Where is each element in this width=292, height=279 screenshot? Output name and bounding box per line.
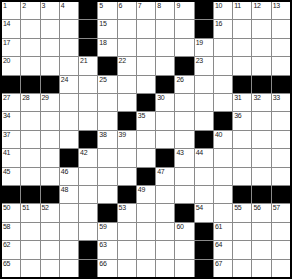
cell-r1c3[interactable]: 3 [41,2,59,19]
cell-r14c1[interactable]: 62 [2,241,20,258]
cell-r7c13[interactable]: 36 [233,112,251,129]
cell-r12c4[interactable] [60,204,78,221]
cell-r10c12[interactable] [214,168,232,185]
cell-r11c12[interactable] [214,186,232,203]
cell-r5c5[interactable] [79,76,97,93]
cell-r2c13[interactable] [233,20,251,37]
clue-number: 35 [138,112,145,120]
cell-r5c4[interactable]: 24 [60,76,78,93]
cell-r12c8[interactable] [137,204,155,221]
cell-r13c6[interactable]: 59 [98,223,116,240]
clue-number: 33 [273,94,280,102]
clue-number: 64 [215,241,222,249]
clue-number: 29 [42,94,49,102]
cell-r9c4 [60,149,78,166]
clue-number: 62 [3,241,10,249]
clue-number: 32 [253,94,260,102]
cell-r6c12[interactable] [214,94,232,111]
cell-r5c15 [272,76,290,93]
clue-number: 39 [119,131,126,139]
cell-r10c2[interactable] [21,168,39,185]
cell-r11c2 [21,186,39,203]
cell-r3c4[interactable] [60,39,78,56]
cell-r4c1[interactable]: 20 [2,57,20,74]
clue-number: 58 [3,223,10,231]
cell-r5c11[interactable] [195,76,213,93]
cell-r15c7[interactable] [118,260,136,277]
cell-r7c3[interactable] [41,112,59,129]
cell-r3c12[interactable] [214,39,232,56]
cell-r6c14[interactable]: 32 [252,94,270,111]
cell-r2c10[interactable] [175,20,193,37]
clue-number: 44 [196,149,203,157]
clue-number: 13 [273,2,280,10]
clue-number: 30 [157,94,164,102]
cell-r9c10[interactable]: 43 [175,149,193,166]
cell-r6c5[interactable] [79,94,97,111]
cell-r1c8[interactable]: 7 [137,2,155,19]
clue-number: 6 [119,2,123,10]
cell-r5c8[interactable] [137,76,155,93]
clue-number: 25 [99,76,106,84]
cell-r13c12[interactable]: 61 [214,223,232,240]
cell-r4c5[interactable]: 21 [79,57,97,74]
clue-number: 56 [253,204,260,212]
cell-r4c6 [98,57,116,74]
cell-r10c10[interactable] [175,168,193,185]
clue-number: 14 [3,20,10,28]
cell-r14c12[interactable]: 64 [214,241,232,258]
cell-r1c1[interactable]: 1 [2,2,20,19]
cell-r15c14[interactable] [252,260,270,277]
cell-r15c6[interactable]: 66 [98,260,116,277]
cell-r12c3[interactable]: 52 [41,204,59,221]
clue-number: 16 [215,20,222,28]
cell-r6c6[interactable] [98,94,116,111]
cell-r6c13[interactable]: 31 [233,94,251,111]
cell-r4c4[interactable] [60,57,78,74]
cell-r10c15[interactable] [272,168,290,185]
clue-number: 15 [99,20,106,28]
cell-r10c13[interactable] [233,168,251,185]
cell-r4c11[interactable]: 23 [195,57,213,74]
cell-r13c10[interactable]: 60 [175,223,193,240]
cell-r12c14[interactable]: 56 [252,204,270,221]
clue-number: 65 [3,260,10,268]
cell-r1c10[interactable]: 9 [175,2,193,19]
cell-r12c2[interactable]: 51 [21,204,39,221]
cell-r4c9[interactable] [156,57,174,74]
clue-number: 18 [99,39,106,47]
cell-r14c13[interactable] [233,241,251,258]
clue-number: 10 [215,2,222,10]
clue-number: 41 [3,149,10,157]
cell-r7c10[interactable] [175,112,193,129]
cell-r7c15[interactable] [272,112,290,129]
clue-number: 3 [42,2,46,10]
cell-r12c5[interactable] [79,204,97,221]
cell-r6c4[interactable] [60,94,78,111]
clue-number: 42 [80,149,87,157]
cell-r3c13[interactable] [233,39,251,56]
clue-number: 36 [234,112,241,120]
cell-r3c14[interactable] [252,39,270,56]
cell-r1c4[interactable]: 4 [60,2,78,19]
clue-number: 59 [99,223,106,231]
cell-r15c11 [195,260,213,277]
cell-r3c11[interactable]: 19 [195,39,213,56]
cell-r2c3[interactable] [41,20,59,37]
cell-r8c5 [79,131,97,148]
clue-number: 28 [22,94,29,102]
clue-number: 49 [138,186,145,194]
cell-r3c6[interactable]: 18 [98,39,116,56]
cell-r8c4[interactable] [60,131,78,148]
cell-r9c9 [156,149,174,166]
cell-r10c8 [137,168,155,185]
cell-r3c5 [79,39,97,56]
cell-r3c2[interactable] [21,39,39,56]
cell-r12c10 [175,204,193,221]
cell-r5c3 [41,76,59,93]
cell-r1c9[interactable]: 8 [156,2,174,19]
cell-r2c14[interactable] [252,20,270,37]
cell-r15c2[interactable] [21,260,39,277]
cell-r14c7[interactable] [118,241,136,258]
cell-r5c13 [233,76,251,93]
cell-r13c15[interactable] [272,223,290,240]
cell-r8c11 [195,131,213,148]
cell-r7c4[interactable] [60,112,78,129]
clue-number: 57 [273,204,280,212]
cell-r10c11[interactable] [195,168,213,185]
cell-r9c6[interactable] [98,149,116,166]
cell-r5c12[interactable] [214,76,232,93]
clue-number: 46 [61,168,68,176]
cell-r15c10[interactable] [175,260,193,277]
cell-r4c8[interactable] [137,57,155,74]
cell-r11c10[interactable] [175,186,193,203]
cell-r3c15[interactable] [272,39,290,56]
cell-r11c3 [41,186,59,203]
cell-r11c1 [2,186,20,203]
cell-r9c13[interactable] [233,149,251,166]
cell-r15c8[interactable] [137,260,155,277]
cell-r12c9[interactable] [156,204,174,221]
cell-r2c2[interactable] [21,20,39,37]
clue-number: 47 [157,168,164,176]
cell-r9c2[interactable] [21,149,39,166]
cell-r13c3[interactable] [41,223,59,240]
cell-r13c2[interactable] [21,223,39,240]
cell-r6c1[interactable]: 27 [2,94,20,111]
cell-r11c15 [272,186,290,203]
clue-number: 22 [119,57,126,65]
cell-r5c14 [252,76,270,93]
cell-r3c1[interactable]: 17 [2,39,20,56]
cell-r2c6[interactable]: 15 [98,20,116,37]
cell-r7c2[interactable] [21,112,39,129]
cell-r14c14[interactable] [252,241,270,258]
cell-r9c14[interactable] [252,149,270,166]
cell-r9c8[interactable] [137,149,155,166]
cell-r2c8[interactable] [137,20,155,37]
cell-r13c1[interactable]: 58 [2,223,20,240]
cell-r12c1[interactable]: 50 [2,204,20,221]
cell-r2c12[interactable]: 16 [214,20,232,37]
clue-number: 27 [3,94,10,102]
clue-number: 55 [234,204,241,212]
cell-r14c6[interactable]: 63 [98,241,116,258]
cell-r7c7 [118,112,136,129]
cell-r15c3[interactable] [41,260,59,277]
clue-number: 61 [215,223,222,231]
cell-r5c7[interactable] [118,76,136,93]
cell-r3c7[interactable] [118,39,136,56]
cell-r4c12[interactable] [214,57,232,74]
cell-r15c1[interactable]: 65 [2,260,20,277]
cell-r6c11[interactable] [195,94,213,111]
cell-r12c6 [98,204,116,221]
cell-r11c4[interactable]: 48 [60,186,78,203]
cell-r7c1[interactable]: 34 [2,112,20,129]
cell-r4c7[interactable]: 22 [118,57,136,74]
clue-number: 34 [3,112,10,120]
clue-number: 43 [176,149,183,157]
cell-r7c12 [214,112,232,129]
cell-r6c9[interactable]: 30 [156,94,174,111]
cell-r13c7[interactable] [118,223,136,240]
cell-r2c15[interactable] [272,20,290,37]
cell-r9c3[interactable] [41,149,59,166]
cell-r15c5 [79,260,97,277]
cell-r7c11[interactable] [195,112,213,129]
cell-r4c3[interactable] [41,57,59,74]
cell-r6c3[interactable]: 29 [41,94,59,111]
clue-number: 37 [3,131,10,139]
cell-r8c10[interactable] [175,131,193,148]
clue-number: 19 [196,39,203,47]
clue-number: 60 [176,223,183,231]
cell-r13c14[interactable] [252,223,270,240]
cell-r15c12[interactable]: 67 [214,260,232,277]
cell-r7c5[interactable] [79,112,97,129]
cell-r5c6[interactable]: 25 [98,76,116,93]
cell-r14c2[interactable] [21,241,39,258]
cell-r11c7 [118,186,136,203]
cell-r10c9[interactable]: 47 [156,168,174,185]
cell-r9c5[interactable]: 42 [79,149,97,166]
cell-r8c12[interactable]: 40 [214,131,232,148]
cell-r7c6[interactable] [98,112,116,129]
cell-r2c11 [195,20,213,37]
clue-number: 11 [234,2,241,10]
clue-number: 20 [3,57,10,65]
cell-r8c2[interactable] [21,131,39,148]
cell-r1c15[interactable]: 13 [272,2,290,19]
cell-r7c14[interactable] [252,112,270,129]
cell-r14c5 [79,241,97,258]
cell-r7c8[interactable]: 35 [137,112,155,129]
cell-r8c1[interactable]: 37 [2,131,20,148]
cell-r10c5[interactable] [79,168,97,185]
cell-r6c15[interactable]: 33 [272,94,290,111]
cell-r10c14[interactable] [252,168,270,185]
cell-r9c11[interactable]: 44 [195,149,213,166]
cell-r4c10 [175,57,193,74]
cell-r4c15[interactable] [272,57,290,74]
clue-number: 7 [138,2,142,10]
cell-r1c7[interactable]: 6 [118,2,136,19]
cell-r6c2[interactable]: 28 [21,94,39,111]
clue-number: 63 [99,241,106,249]
clue-number: 23 [196,57,203,65]
cell-r15c15[interactable] [272,260,290,277]
cell-r12c11[interactable]: 54 [195,204,213,221]
clue-number: 53 [119,204,126,212]
cell-r9c7[interactable] [118,149,136,166]
clue-number: 17 [3,39,10,47]
cell-r6c10[interactable] [175,94,193,111]
cell-r8c7[interactable]: 39 [118,131,136,148]
cell-r11c14 [252,186,270,203]
cell-r6c7[interactable] [118,94,136,111]
cell-r12c15[interactable]: 57 [272,204,290,221]
clue-number: 21 [80,57,87,65]
cell-r14c10[interactable] [175,241,193,258]
clue-number: 67 [215,260,222,268]
clue-number: 50 [3,204,10,212]
cell-r8c9[interactable] [156,131,174,148]
cell-r11c11[interactable] [195,186,213,203]
clue-number: 4 [61,2,65,10]
cell-r8c15[interactable] [272,131,290,148]
cell-r3c3[interactable] [41,39,59,56]
cell-r1c2[interactable]: 2 [21,2,39,19]
crossword-puzzle: 1234567891011121314151617181920212223242… [0,0,292,279]
cell-r11c5[interactable] [79,186,97,203]
cell-r3c8[interactable] [137,39,155,56]
cell-r13c8[interactable] [137,223,155,240]
cell-r5c10[interactable]: 26 [175,76,193,93]
crossword-board: 1234567891011121314151617181920212223242… [0,0,292,279]
cell-r10c3[interactable] [41,168,59,185]
cell-r7c9[interactable] [156,112,174,129]
clue-number: 8 [157,2,161,10]
clue-number: 24 [61,76,68,84]
cell-r2c5 [79,20,97,37]
cell-r15c9[interactable] [156,260,174,277]
clue-number: 40 [215,131,222,139]
cell-r9c1[interactable]: 41 [2,149,20,166]
cell-r10c4[interactable]: 46 [60,168,78,185]
cell-r8c6[interactable]: 38 [98,131,116,148]
cell-r11c6[interactable] [98,186,116,203]
cell-r10c6[interactable] [98,168,116,185]
cell-r1c14[interactable]: 12 [252,2,270,19]
clue-number: 51 [22,204,29,212]
cell-r12c12[interactable] [214,204,232,221]
cell-r3c9[interactable] [156,39,174,56]
cell-r5c2 [21,76,39,93]
cell-r3c10[interactable] [175,39,193,56]
cell-r11c13 [233,186,251,203]
cell-r10c7[interactable] [118,168,136,185]
cell-r1c6[interactable]: 5 [98,2,116,19]
cell-r5c9 [156,76,174,93]
cell-r13c13[interactable] [233,223,251,240]
cell-r14c11 [195,241,213,258]
cell-r14c15[interactable] [272,241,290,258]
cell-r8c13[interactable] [233,131,251,148]
cell-r15c13[interactable] [233,260,251,277]
cell-r13c4[interactable] [60,223,78,240]
clue-number: 48 [61,186,68,194]
clue-number: 38 [99,131,106,139]
clue-number: 31 [234,94,241,102]
cell-r12c7[interactable]: 53 [118,204,136,221]
cell-r5c1 [2,76,20,93]
clue-number: 2 [22,2,26,10]
cell-r10c1[interactable]: 45 [2,168,20,185]
clue-number: 66 [99,260,106,268]
clue-number: 12 [253,2,260,10]
cell-r13c5[interactable] [79,223,97,240]
cell-r1c13[interactable]: 11 [233,2,251,19]
cell-r9c12[interactable] [214,149,232,166]
cell-r4c13[interactable] [233,57,251,74]
cell-r14c4[interactable] [60,241,78,258]
cell-r1c12[interactable]: 10 [214,2,232,19]
clue-number: 1 [3,2,7,10]
cell-r4c2[interactable] [21,57,39,74]
cell-r4c14[interactable] [252,57,270,74]
cell-r6c8 [137,94,155,111]
cell-r13c11 [195,223,213,240]
clue-number: 45 [3,168,10,176]
cell-r14c9[interactable] [156,241,174,258]
cell-r11c8[interactable]: 49 [137,186,155,203]
cell-r11c9[interactable] [156,186,174,203]
cell-r2c7[interactable] [118,20,136,37]
cell-r15c4[interactable] [60,260,78,277]
cell-r8c14[interactable] [252,131,270,148]
cell-r8c3[interactable] [41,131,59,148]
cell-r13c9[interactable] [156,223,174,240]
cell-r2c1[interactable]: 14 [2,20,20,37]
cell-r14c3[interactable] [41,241,59,258]
clue-number: 52 [42,204,49,212]
cell-r8c8[interactable] [137,131,155,148]
clue-number: 26 [176,76,183,84]
cell-r2c4[interactable] [60,20,78,37]
cell-r1c11 [195,2,213,19]
clue-number: 5 [99,2,103,10]
cell-r2c9[interactable] [156,20,174,37]
cell-r12c13[interactable]: 55 [233,204,251,221]
cell-r1c5 [79,2,97,19]
cell-r9c15[interactable] [272,149,290,166]
cell-r14c8[interactable] [137,241,155,258]
clue-number: 9 [176,2,180,10]
clue-number: 54 [196,204,203,212]
